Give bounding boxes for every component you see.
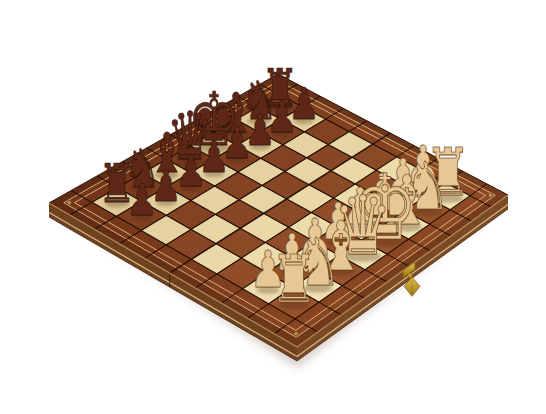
wooden-chess-set-photo: ♜♞♝♛♚♝♞♜♟♟♟♟♟♟♟♟♟♟♟♟♟♟♟♟♜♞♝♛♚♝♞♜ [0, 0, 546, 414]
piece-white-rook[interactable]: ♜ [270, 247, 317, 313]
piece-black-pawn[interactable]: ♟ [126, 179, 157, 223]
pieces-layer: ♜♞♝♛♚♝♞♜♟♟♟♟♟♟♟♟♟♟♟♟♟♟♟♟♜♞♝♛♚♝♞♜ [0, 0, 546, 414]
